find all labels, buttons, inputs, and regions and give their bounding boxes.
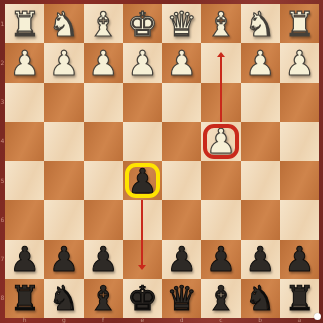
white-pawn: ♟ — [245, 46, 275, 80]
file-label-h: h — [20, 317, 30, 323]
black-knight: ♞ — [49, 281, 79, 315]
white-pawn: ♟ — [284, 46, 314, 80]
white-queen: ♛ — [166, 7, 196, 41]
white-king: ♚ — [127, 7, 157, 41]
square-f1[interactable]: ♝ — [84, 4, 123, 43]
square-f6[interactable] — [84, 200, 123, 239]
square-c2[interactable] — [201, 43, 240, 82]
square-c6[interactable] — [201, 200, 240, 239]
square-a7[interactable]: ♟ — [280, 240, 319, 279]
square-d5[interactable] — [162, 161, 201, 200]
square-d1[interactable]: ♛ — [162, 4, 201, 43]
square-b4[interactable] — [241, 122, 280, 161]
square-b7[interactable]: ♟ — [241, 240, 280, 279]
chess-board: ♜♞♝♚♛♝♞♜♟♟♟♟♟♟♟♟♟♟♟♟♟♟♟♟♜♞♝♚♛♝♞♜ 1234567… — [0, 0, 323, 323]
file-label-d: d — [177, 317, 187, 323]
square-c8[interactable]: ♝ — [201, 279, 240, 318]
square-f7[interactable]: ♟ — [84, 240, 123, 279]
square-b5[interactable] — [241, 161, 280, 200]
black-king: ♚ — [127, 281, 157, 315]
square-a4[interactable] — [280, 122, 319, 161]
square-a2[interactable]: ♟ — [280, 43, 319, 82]
square-c3[interactable] — [201, 83, 240, 122]
white-rook: ♜ — [9, 7, 39, 41]
board-grid: ♜♞♝♚♛♝♞♜♟♟♟♟♟♟♟♟♟♟♟♟♟♟♟♟♜♞♝♚♛♝♞♜ — [5, 4, 319, 318]
rank-label-8: 8 — [0, 295, 5, 301]
square-d3[interactable] — [162, 83, 201, 122]
black-bishop: ♝ — [206, 281, 236, 315]
rank-label-5: 5 — [0, 178, 5, 184]
square-e8[interactable]: ♚ — [123, 279, 162, 318]
black-pawn: ♟ — [88, 242, 118, 276]
square-h4[interactable] — [5, 122, 44, 161]
square-c5[interactable] — [201, 161, 240, 200]
black-pawn: ♟ — [284, 242, 314, 276]
white-pawn: ♟ — [49, 46, 79, 80]
square-g5[interactable] — [44, 161, 83, 200]
rank-label-2: 2 — [0, 60, 5, 66]
square-g1[interactable]: ♞ — [44, 4, 83, 43]
square-c1[interactable]: ♝ — [201, 4, 240, 43]
white-rook: ♜ — [284, 7, 314, 41]
file-label-e: e — [137, 317, 147, 323]
black-pawn: ♟ — [245, 242, 275, 276]
square-f8[interactable]: ♝ — [84, 279, 123, 318]
square-d7[interactable]: ♟ — [162, 240, 201, 279]
square-e1[interactable]: ♚ — [123, 4, 162, 43]
black-queen: ♛ — [166, 281, 196, 315]
square-h8[interactable]: ♜ — [5, 279, 44, 318]
square-b8[interactable]: ♞ — [241, 279, 280, 318]
square-f5[interactable] — [84, 161, 123, 200]
square-e7[interactable] — [123, 240, 162, 279]
square-g3[interactable] — [44, 83, 83, 122]
square-e6[interactable] — [123, 200, 162, 239]
square-h6[interactable] — [5, 200, 44, 239]
white-pawn: ♟ — [166, 46, 196, 80]
rank-label-1: 1 — [0, 21, 5, 27]
rank-label-4: 4 — [0, 138, 5, 144]
square-d8[interactable]: ♛ — [162, 279, 201, 318]
black-pawn: ♟ — [49, 242, 79, 276]
square-d2[interactable]: ♟ — [162, 43, 201, 82]
square-g7[interactable]: ♟ — [44, 240, 83, 279]
square-e5[interactable]: ♟ — [123, 161, 162, 200]
square-d6[interactable] — [162, 200, 201, 239]
square-b1[interactable]: ♞ — [241, 4, 280, 43]
square-f2[interactable]: ♟ — [84, 43, 123, 82]
square-g4[interactable] — [44, 122, 83, 161]
white-pawn: ♟ — [9, 46, 39, 80]
square-c4[interactable]: ♟ — [201, 122, 240, 161]
square-a3[interactable] — [280, 83, 319, 122]
square-b2[interactable]: ♟ — [241, 43, 280, 82]
square-h3[interactable] — [5, 83, 44, 122]
square-a5[interactable] — [280, 161, 319, 200]
white-knight: ♞ — [245, 7, 275, 41]
file-label-f: f — [98, 317, 108, 323]
square-h1[interactable]: ♜ — [5, 4, 44, 43]
square-g8[interactable]: ♞ — [44, 279, 83, 318]
square-e2[interactable]: ♟ — [123, 43, 162, 82]
square-h5[interactable] — [5, 161, 44, 200]
square-d4[interactable] — [162, 122, 201, 161]
black-pawn: ♟ — [127, 164, 157, 198]
square-h2[interactable]: ♟ — [5, 43, 44, 82]
white-to-move-indicator — [314, 313, 321, 320]
white-bishop: ♝ — [88, 7, 118, 41]
rank-label-6: 6 — [0, 217, 5, 223]
square-f4[interactable] — [84, 122, 123, 161]
black-rook: ♜ — [9, 281, 39, 315]
black-pawn: ♟ — [9, 242, 39, 276]
square-e3[interactable] — [123, 83, 162, 122]
file-label-a: a — [294, 317, 304, 323]
square-g6[interactable] — [44, 200, 83, 239]
square-b3[interactable] — [241, 83, 280, 122]
square-a1[interactable]: ♜ — [280, 4, 319, 43]
square-b6[interactable] — [241, 200, 280, 239]
black-pawn: ♟ — [166, 242, 196, 276]
square-e4[interactable] — [123, 122, 162, 161]
white-pawn: ♟ — [206, 124, 236, 158]
rank-label-7: 7 — [0, 256, 5, 262]
square-a6[interactable] — [280, 200, 319, 239]
white-pawn: ♟ — [88, 46, 118, 80]
black-pawn: ♟ — [206, 242, 236, 276]
square-a8[interactable]: ♜ — [280, 279, 319, 318]
square-h7[interactable]: ♟ — [5, 240, 44, 279]
white-pawn: ♟ — [127, 46, 157, 80]
file-label-b: b — [255, 317, 265, 323]
square-g2[interactable]: ♟ — [44, 43, 83, 82]
white-knight: ♞ — [49, 7, 79, 41]
file-label-g: g — [59, 317, 69, 323]
black-bishop: ♝ — [88, 281, 118, 315]
white-bishop: ♝ — [206, 7, 236, 41]
file-label-c: c — [216, 317, 226, 323]
black-rook: ♜ — [284, 281, 314, 315]
rank-label-3: 3 — [0, 99, 5, 105]
square-f3[interactable] — [84, 83, 123, 122]
black-knight: ♞ — [245, 281, 275, 315]
square-c7[interactable]: ♟ — [201, 240, 240, 279]
